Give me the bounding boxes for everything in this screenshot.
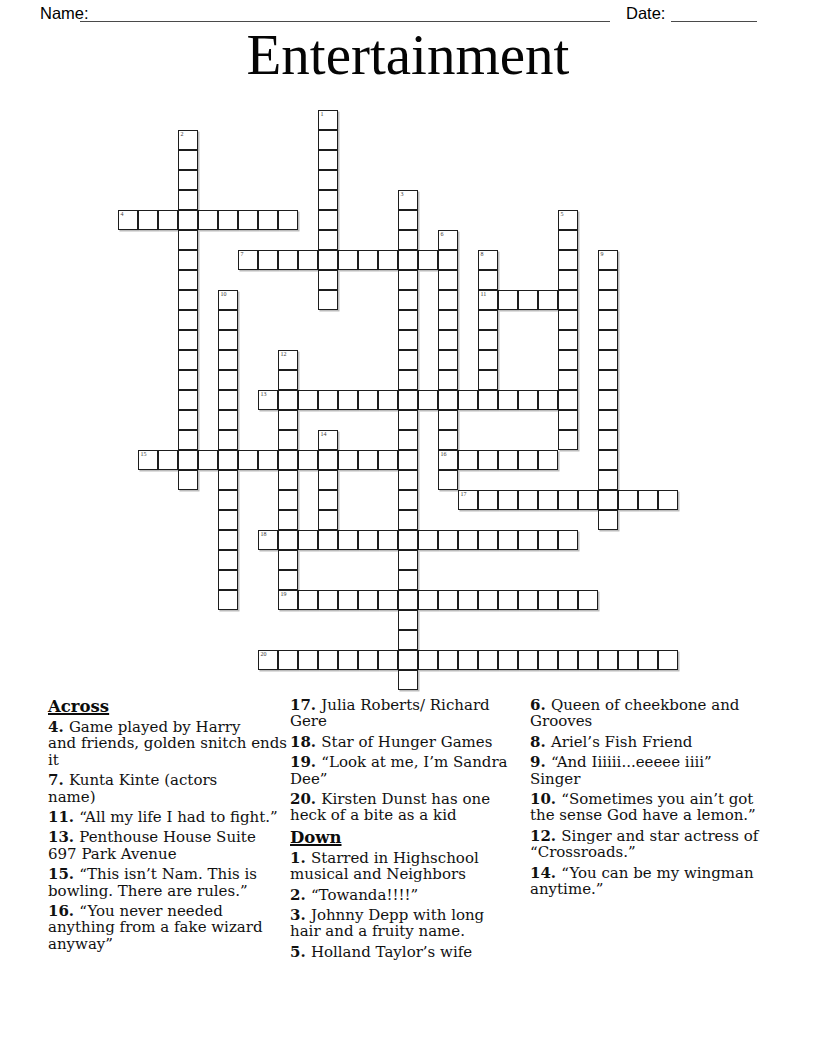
cell-r11-c16[interactable] [438,330,458,350]
cell-r19-c14[interactable] [398,490,418,510]
cell-r5-c0[interactable]: 4 [118,210,138,230]
cell-r9-c5[interactable]: 10 [218,290,238,310]
cell-r24-c10[interactable] [318,590,338,610]
cell-r14-c13[interactable] [378,390,398,410]
clue-across-15: 15. “This isn’t Nam. This is bowling. Th… [48,866,288,899]
cell-r16-c10[interactable]: 14 [318,430,338,450]
cell-number: 17 [461,490,467,498]
cell-r17-c21[interactable] [538,450,558,470]
cell-r19-c20[interactable] [518,490,538,510]
cell-r27-c12[interactable] [358,650,378,670]
cell-r14-c16[interactable] [438,390,458,410]
cell-r8-c18[interactable] [478,270,498,290]
cell-r17-c3[interactable] [178,450,198,470]
clue-number-label: 17. [290,696,321,714]
cell-r12-c24[interactable] [598,350,618,370]
cell-r5-c1[interactable] [138,210,158,230]
cell-r17-c6[interactable] [238,450,258,470]
cell-r15-c24[interactable] [598,410,618,430]
clue-down-9: 9. “And Iiiiii...eeeee iiii” Singer [530,754,770,787]
clue-text: “Towanda!!!!” [311,886,418,904]
cell-r17-c4[interactable] [198,450,218,470]
cell-r24-c23[interactable] [578,590,598,610]
cell-r24-c16[interactable] [438,590,458,610]
cell-r17-c2[interactable] [158,450,178,470]
cell-r22-c8[interactable] [278,550,298,570]
cell-r5-c8[interactable] [278,210,298,230]
cell-r2-c3[interactable] [178,150,198,170]
cell-r21-c18[interactable] [478,530,498,550]
cell-r11-c18[interactable] [478,330,498,350]
clue-number-label: 8. [530,733,551,751]
cell-r21-c10[interactable] [318,530,338,550]
cell-r14-c11[interactable] [338,390,358,410]
cell-r17-c12[interactable] [358,450,378,470]
clue-column-1: Across4. Game played by Harry and friend… [48,697,288,956]
clue-number-label: 10. [530,790,561,808]
cell-r27-c10[interactable] [318,650,338,670]
cell-r12-c3[interactable] [178,350,198,370]
cell-r18-c24[interactable] [598,470,618,490]
cell-r16-c22[interactable] [558,430,578,450]
cell-r9-c21[interactable] [538,290,558,310]
cell-r14-c10[interactable] [318,390,338,410]
cell-r15-c3[interactable] [178,410,198,430]
cell-r10-c24[interactable] [598,310,618,330]
cell-r17-c18[interactable] [478,450,498,470]
cell-r17-c7[interactable] [258,450,278,470]
cell-r3-c3[interactable] [178,170,198,190]
cell-r7-c8[interactable] [278,250,298,270]
cell-r27-c14[interactable] [398,650,418,670]
cell-r7-c9[interactable] [298,250,318,270]
cell-r1-c3[interactable]: 2 [178,130,198,150]
cell-r28-c14[interactable] [398,670,418,690]
cell-r12-c14[interactable] [398,350,418,370]
cell-r7-c11[interactable] [338,250,358,270]
cell-r11-c14[interactable] [398,330,418,350]
cell-r24-c21[interactable] [538,590,558,610]
cell-r27-c22[interactable] [558,650,578,670]
cell-r27-c20[interactable] [518,650,538,670]
cell-r27-c26[interactable] [638,650,658,670]
cell-r13-c22[interactable] [558,370,578,390]
cell-r19-c8[interactable] [278,490,298,510]
cell-r20-c5[interactable] [218,510,238,530]
cell-r7-c7[interactable] [258,250,278,270]
cell-r18-c5[interactable] [218,470,238,490]
cell-r13-c18[interactable] [478,370,498,390]
cell-r18-c14[interactable] [398,470,418,490]
cell-r19-c22[interactable] [558,490,578,510]
cell-r27-c21[interactable] [538,650,558,670]
cell-r17-c10[interactable] [318,450,338,470]
cell-r7-c16[interactable] [438,250,458,270]
cell-r21-c21[interactable] [538,530,558,550]
clue-number-label: 19. [290,753,321,771]
clue-text: Singer and star actress of “Crossroads.” [530,827,758,861]
clue-number-label: 16. [48,902,79,920]
cell-r24-c20[interactable] [518,590,538,610]
cell-r1-c10[interactable] [318,130,338,150]
clue-across-19: 19. “Look at me, I’m Sandra Dee” [290,754,530,787]
cell-r7-c22[interactable] [558,250,578,270]
clue-down-6: 6. Queen of cheekbone and Grooves [530,697,770,730]
cell-number: 2 [181,130,184,138]
cell-r27-c8[interactable] [278,650,298,670]
cell-r17-c5[interactable] [218,450,238,470]
crossword-grid: 1234567891011121314151617181920 [118,110,678,690]
cell-number: 5 [561,210,564,218]
cell-r23-c14[interactable] [398,570,418,590]
cell-r19-c26[interactable] [638,490,658,510]
clue-text: “This isn’t Nam. This is bowling. There … [48,865,257,899]
cell-r8-c3[interactable] [178,270,198,290]
cell-r13-c14[interactable] [398,370,418,390]
cell-r19-c17[interactable]: 17 [458,490,478,510]
cell-r18-c3[interactable] [178,470,198,490]
cell-r6-c22[interactable] [558,230,578,250]
cell-r24-c11[interactable] [338,590,358,610]
cell-r17-c14[interactable] [398,450,418,470]
cell-r21-c8[interactable] [278,530,298,550]
cell-r27-c19[interactable] [498,650,518,670]
cell-r14-c20[interactable] [518,390,538,410]
cell-r16-c3[interactable] [178,430,198,450]
cell-r21-c11[interactable] [338,530,358,550]
cell-r20-c24[interactable] [598,510,618,530]
cell-r4-c3[interactable] [178,190,198,210]
clue-across-16: 16. “You never needed anything from a fa… [48,903,288,952]
clue-column-3: 6. Queen of cheekbone and Grooves8. Arie… [530,697,770,901]
clue-number-label: 13. [48,828,79,846]
clue-number-label: 9. [530,753,551,771]
cell-r14-c7[interactable]: 13 [258,390,278,410]
cell-number: 1 [321,110,324,118]
cell-r14-c24[interactable] [598,390,618,410]
cell-r8-c22[interactable] [558,270,578,290]
cell-number: 16 [441,450,447,458]
cell-r22-c5[interactable] [218,550,238,570]
clue-across-18: 18. Star of Hunger Games [290,734,530,750]
cell-r7-c12[interactable] [358,250,378,270]
cell-r12-c5[interactable] [218,350,238,370]
clue-down-8: 8. Ariel’s Fish Friend [530,734,770,750]
clue-text: “You never needed anything from a fake w… [48,902,263,953]
cell-r5-c22[interactable]: 5 [558,210,578,230]
cell-r17-c11[interactable] [338,450,358,470]
cell-r5-c2[interactable] [158,210,178,230]
cell-r9-c10[interactable] [318,290,338,310]
clue-number-label: 18. [290,733,321,751]
cell-r14-c19[interactable] [498,390,518,410]
cell-r14-c8[interactable] [278,390,298,410]
clue-down-14: 14. “You can be my wingman anytime.” [530,865,770,898]
cell-r18-c16[interactable] [438,470,458,490]
cell-r5-c10[interactable] [318,210,338,230]
cell-r24-c15[interactable] [418,590,438,610]
cell-r24-c5[interactable] [218,590,238,610]
cell-r13-c16[interactable] [438,370,458,390]
cell-r11-c22[interactable] [558,330,578,350]
cell-r21-c20[interactable] [518,530,538,550]
clue-text: “All my life I had to fight.” [79,808,277,826]
cell-r16-c14[interactable] [398,430,418,450]
cell-r24-c22[interactable] [558,590,578,610]
cell-r5-c3[interactable] [178,210,198,230]
cell-r24-c13[interactable] [378,590,398,610]
cell-r21-c19[interactable] [498,530,518,550]
clue-text: Holland Taylor’s wife [311,943,472,961]
clue-column-2: 17. Julia Roberts/ Richard Gere18. Star … [290,697,530,964]
clue-number-label: 4. [48,718,69,736]
cell-r6-c16[interactable]: 6 [438,230,458,250]
cell-r5-c5[interactable] [218,210,238,230]
cell-r9-c16[interactable] [438,290,458,310]
cell-r6-c14[interactable] [398,230,418,250]
cell-r14-c15[interactable] [418,390,438,410]
cell-number: 3 [401,190,404,198]
cell-r24-c9[interactable] [298,590,318,610]
cell-r27-c9[interactable] [298,650,318,670]
cell-r23-c8[interactable] [278,570,298,590]
cell-r12-c18[interactable] [478,350,498,370]
cell-r16-c24[interactable] [598,430,618,450]
cell-r25-c14[interactable] [398,610,418,630]
cell-r14-c18[interactable] [478,390,498,410]
cell-r7-c15[interactable] [418,250,438,270]
cell-r3-c10[interactable] [318,170,338,190]
cell-r8-c14[interactable] [398,270,418,290]
clue-number-label: 1. [290,849,311,867]
cell-r12-c8[interactable]: 12 [278,350,298,370]
cell-r14-c12[interactable] [358,390,378,410]
cell-number: 6 [441,230,444,238]
across-heading: Across [48,697,288,716]
cell-r20-c8[interactable] [278,510,298,530]
cell-r7-c13[interactable] [378,250,398,270]
cell-r19-c25[interactable] [618,490,638,510]
cell-r21-c16[interactable] [438,530,458,550]
cell-r10-c14[interactable] [398,310,418,330]
cell-number: 15 [141,450,147,458]
clue-down-1: 1. Starred in Highschool musical and Nei… [290,850,530,883]
cell-r27-c18[interactable] [478,650,498,670]
cell-r14-c17[interactable] [458,390,478,410]
cell-r17-c13[interactable] [378,450,398,470]
clue-across-7: 7. Kunta Kinte (actors name) [48,772,288,805]
cell-r15-c14[interactable] [398,410,418,430]
cell-r17-c20[interactable] [518,450,538,470]
clue-text: Starred in Highschool musical and Neighb… [290,849,479,883]
cell-r15-c22[interactable] [558,410,578,430]
cell-r17-c16[interactable]: 16 [438,450,458,470]
cell-r5-c6[interactable] [238,210,258,230]
cell-r15-c16[interactable] [438,410,458,430]
cell-r24-c19[interactable] [498,590,518,610]
cell-r27-c17[interactable] [458,650,478,670]
cell-r27-c24[interactable] [598,650,618,670]
cell-r7-c6[interactable]: 7 [238,250,258,270]
cell-r14-c5[interactable] [218,390,238,410]
cell-r5-c4[interactable] [198,210,218,230]
cell-r14-c14[interactable] [398,390,418,410]
cell-r18-c10[interactable] [318,470,338,490]
clue-down-10: 10. “Sometimes you ain’t got the sense G… [530,791,770,824]
cell-r17-c19[interactable] [498,450,518,470]
cell-r9-c19[interactable] [498,290,518,310]
cell-r20-c10[interactable] [318,510,338,530]
cell-r14-c22[interactable] [558,390,578,410]
cell-r16-c8[interactable] [278,430,298,450]
cell-r19-c23[interactable] [578,490,598,510]
cell-r4-c10[interactable] [318,190,338,210]
clue-text: Ariel’s Fish Friend [551,733,693,751]
cell-r7-c14[interactable] [398,250,418,270]
cell-r10-c22[interactable] [558,310,578,330]
cell-r19-c24[interactable] [598,490,618,510]
cell-r12-c22[interactable] [558,350,578,370]
cell-number: 4 [121,210,124,218]
name-fill-line[interactable] [80,6,610,22]
clue-text: “You can be my wingman anytime.” [530,864,754,898]
cell-r19-c27[interactable] [658,490,678,510]
cell-r11-c3[interactable] [178,330,198,350]
cell-r17-c8[interactable] [278,450,298,470]
cell-r5-c7[interactable] [258,210,278,230]
cell-r27-c23[interactable] [578,650,598,670]
clue-number-label: 7. [48,771,69,789]
cell-r24-c8[interactable]: 19 [278,590,298,610]
date-fill-line[interactable] [671,6,757,22]
cell-r14-c9[interactable] [298,390,318,410]
cell-r26-c14[interactable] [398,630,418,650]
cell-r17-c24[interactable] [598,450,618,470]
cell-r13-c3[interactable] [178,370,198,390]
cell-r23-c5[interactable] [218,570,238,590]
cell-r9-c20[interactable] [518,290,538,310]
clue-text: “Look at me, I’m Sandra Dee” [290,753,508,787]
cell-r12-c16[interactable] [438,350,458,370]
cell-number: 19 [281,590,287,598]
cell-r27-c25[interactable] [618,650,638,670]
clue-number-label: 3. [290,906,311,924]
cell-r21-c22[interactable] [558,530,578,550]
cell-r27-c11[interactable] [338,650,358,670]
cell-r24-c17[interactable] [458,590,478,610]
cell-r21-c13[interactable] [378,530,398,550]
cell-r8-c24[interactable] [598,270,618,290]
puzzle-title: Entertainment [0,24,816,86]
cell-r19-c10[interactable] [318,490,338,510]
cell-r18-c8[interactable] [278,470,298,490]
cell-r21-c17[interactable] [458,530,478,550]
cell-r15-c5[interactable] [218,410,238,430]
cell-r14-c21[interactable] [538,390,558,410]
cell-r11-c5[interactable] [218,330,238,350]
cell-r24-c18[interactable] [478,590,498,610]
cell-r13-c8[interactable] [278,370,298,390]
cell-r15-c8[interactable] [278,410,298,430]
cell-r4-c14[interactable]: 3 [398,190,418,210]
cell-r24-c12[interactable] [358,590,378,610]
cell-number: 20 [261,650,267,658]
cell-r9-c24[interactable] [598,290,618,310]
cell-r21-c5[interactable] [218,530,238,550]
cell-r13-c5[interactable] [218,370,238,390]
cell-r17-c1[interactable]: 15 [138,450,158,470]
cell-r14-c3[interactable] [178,390,198,410]
clue-number-label: 2. [290,886,311,904]
cell-r8-c16[interactable] [438,270,458,290]
cell-r7-c24[interactable]: 9 [598,250,618,270]
cell-r21-c12[interactable] [358,530,378,550]
cell-r11-c24[interactable] [598,330,618,350]
cell-r2-c10[interactable] [318,150,338,170]
cell-r10-c5[interactable] [218,310,238,330]
cell-r7-c3[interactable] [178,250,198,270]
clue-across-13: 13. Penthouse House Suite 697 Park Avenu… [48,829,288,862]
cell-r10-c3[interactable] [178,310,198,330]
cell-r6-c3[interactable] [178,230,198,250]
cell-r27-c27[interactable] [658,650,678,670]
cell-number: 9 [601,250,604,258]
cell-r7-c18[interactable]: 8 [478,250,498,270]
cell-r6-c10[interactable] [318,230,338,250]
cell-r19-c21[interactable] [538,490,558,510]
cell-r21-c15[interactable] [418,530,438,550]
cell-r17-c17[interactable] [458,450,478,470]
cell-r9-c14[interactable] [398,290,418,310]
cell-r7-c10[interactable] [318,250,338,270]
down-heading: Down [290,828,530,847]
cell-r13-c24[interactable] [598,370,618,390]
cell-r19-c5[interactable] [218,490,238,510]
cell-r16-c16[interactable] [438,430,458,450]
cell-r21-c9[interactable] [298,530,318,550]
cell-r27-c7[interactable]: 20 [258,650,278,670]
cell-r10-c18[interactable] [478,310,498,330]
cell-number: 10 [221,290,227,298]
cell-r0-c10[interactable]: 1 [318,110,338,130]
clue-text: Penthouse House Suite 697 Park Avenue [48,828,256,862]
cell-r10-c16[interactable] [438,310,458,330]
cell-r19-c19[interactable] [498,490,518,510]
cell-r8-c10[interactable] [318,270,338,290]
clue-text: Game played by Harry and friends, golden… [48,718,287,769]
cell-r22-c14[interactable] [398,550,418,570]
cell-number: 11 [481,290,487,298]
cell-r17-c9[interactable] [298,450,318,470]
cell-r5-c14[interactable] [398,210,418,230]
clue-number-label: 20. [290,790,321,808]
cell-r9-c18[interactable]: 11 [478,290,498,310]
clue-text: Kunta Kinte (actors name) [48,771,217,805]
clue-down-3: 3. Johnny Depp with long hair and a frui… [290,907,530,940]
cell-r21-c7[interactable]: 18 [258,530,278,550]
cell-r27-c13[interactable] [378,650,398,670]
cell-r21-c14[interactable] [398,530,418,550]
clue-across-20: 20. Kirsten Dunst has one heck of a bite… [290,791,530,824]
cell-r9-c3[interactable] [178,290,198,310]
cell-r19-c18[interactable] [478,490,498,510]
cell-r20-c14[interactable] [398,510,418,530]
cell-r16-c5[interactable] [218,430,238,450]
cell-r9-c22[interactable] [558,290,578,310]
cell-r24-c14[interactable] [398,590,418,610]
cell-r27-c15[interactable] [418,650,438,670]
cell-r27-c16[interactable] [438,650,458,670]
